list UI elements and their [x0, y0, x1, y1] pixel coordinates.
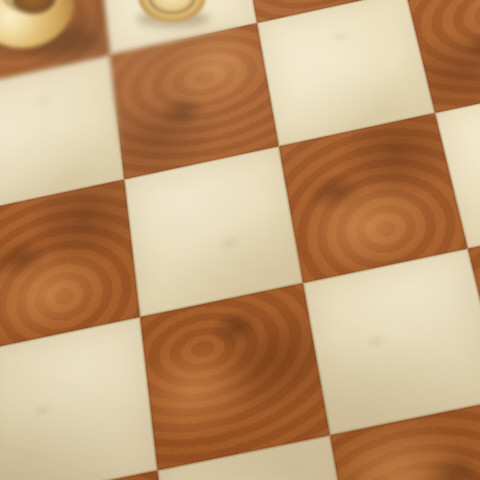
board-square-c2-r3: [303, 249, 480, 436]
board-square-c0-r3: [0, 317, 158, 480]
chessboard-photo: [0, 0, 480, 480]
